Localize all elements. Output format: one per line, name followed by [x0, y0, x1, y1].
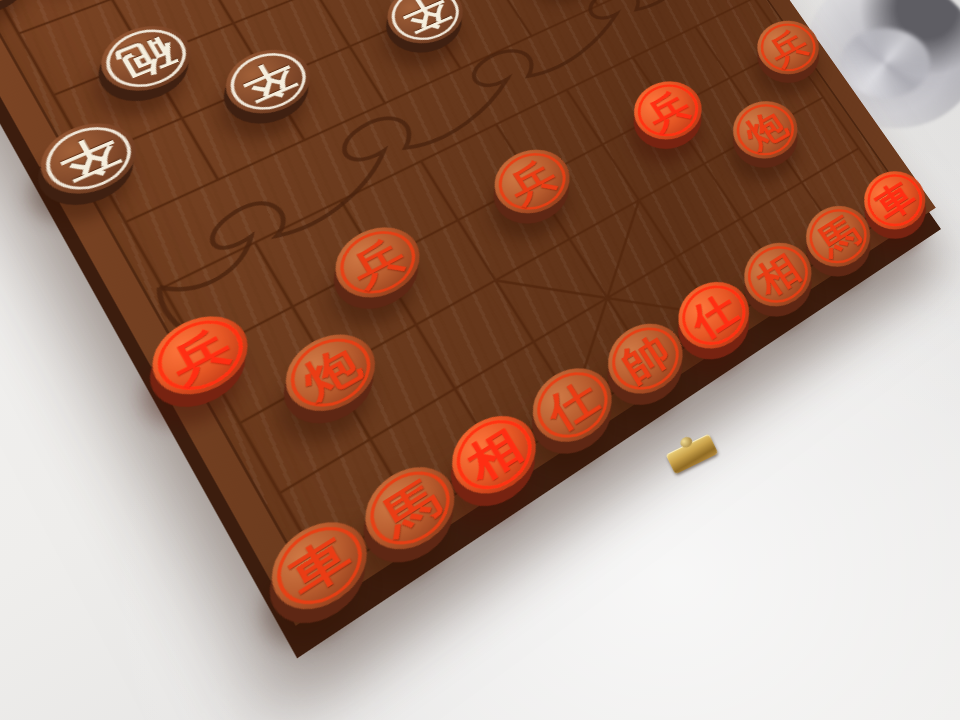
piece-black-soldier[interactable]: 卒	[213, 38, 323, 125]
piece-black-cannon[interactable]: 砲	[88, 15, 204, 103]
piece-ring	[0, 0, 38, 13]
piece-red-soldier[interactable]: 兵	[622, 71, 714, 151]
piece-red-cannon[interactable]: 炮	[272, 320, 390, 427]
plastic-wrap-highlight	[840, 28, 930, 98]
piece-red-soldier[interactable]: 兵	[482, 138, 583, 226]
piece-black-soldier[interactable]: 卒	[375, 0, 475, 54]
piece-red-soldier[interactable]: 兵	[322, 214, 433, 311]
piece-red-cannon[interactable]: 炮	[721, 91, 809, 170]
photo-stage: 車馬相仕帥仕相馬車炮炮兵兵兵兵兵卒卒卒卒卒砲砲車馬象士將士象馬車	[0, 0, 960, 720]
